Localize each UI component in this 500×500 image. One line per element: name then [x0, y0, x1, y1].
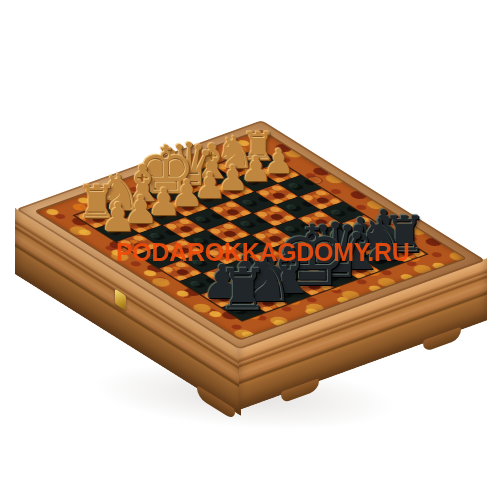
brass-clasp [115, 289, 126, 311]
watermark: PODAROKKAGDOMY.RU [116, 238, 410, 267]
amber-medallion [379, 215, 402, 226]
chess-set-photo: ♜♞♟♝♟♛♟♚♟♝♟♞♟♜♟♟♟♟♜♟♞♟♝♟♛♟♚♟♝♟♞♜ PODAROK… [0, 0, 500, 500]
